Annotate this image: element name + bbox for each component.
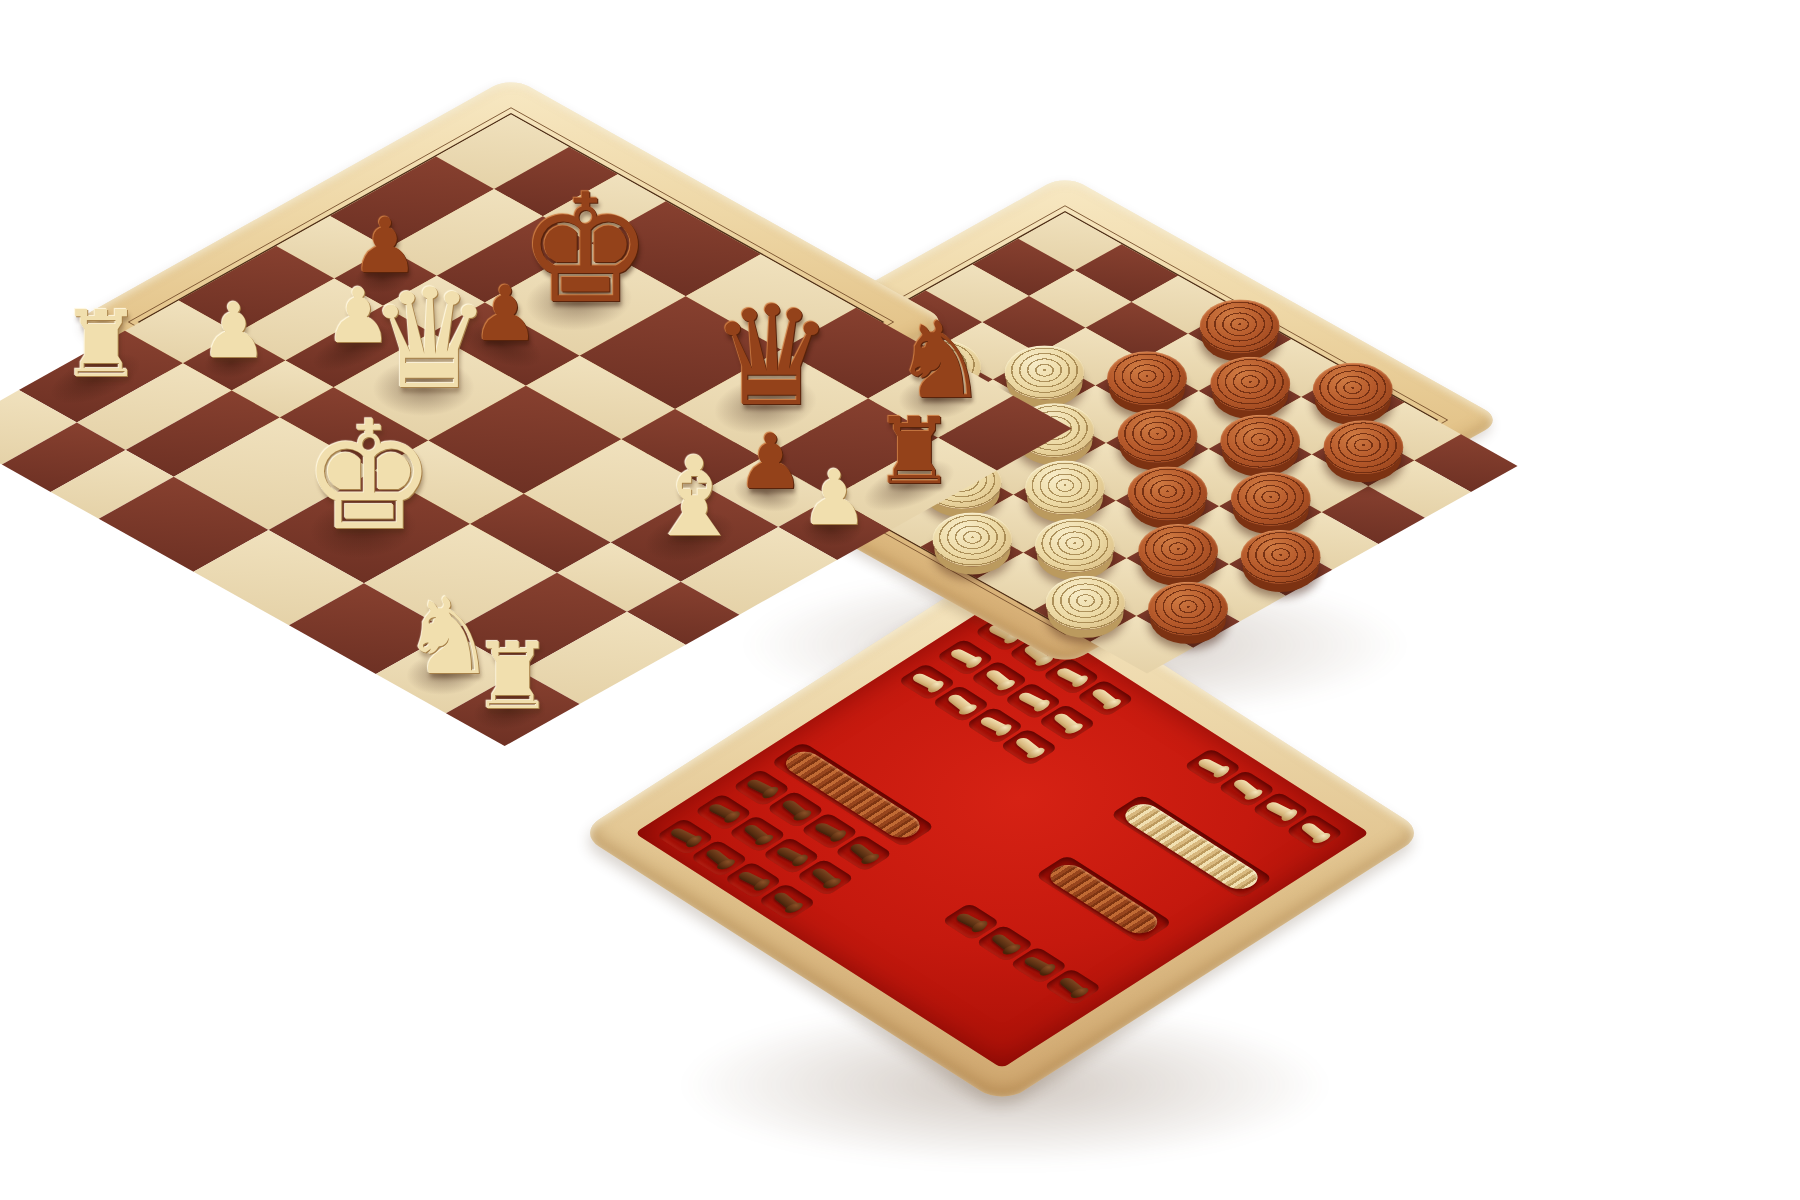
checker-red-piece	[1220, 415, 1300, 469]
checkers-roll-brown	[1035, 855, 1174, 944]
stored-dark-chess-piece	[810, 867, 841, 889]
stored-dark-chess-piece	[736, 870, 770, 890]
stored-light-chess-piece	[1090, 687, 1121, 709]
stored-light-chess-piece	[1196, 757, 1230, 777]
stacked-checkers-discs	[1043, 860, 1165, 938]
stored-dark-chess-piece	[742, 823, 773, 845]
stored-dark-chess-piece	[813, 821, 847, 841]
chess-board: ♞♚♛♜♟♟♟♟♟♛♝♟♜♚♞♜	[73, 76, 950, 567]
stored-light-chess-piece	[1299, 821, 1330, 843]
checker-cream-piece	[932, 513, 1012, 567]
chess-piece-white-bishop: ♝	[645, 443, 744, 553]
checker-red-piece	[1107, 351, 1187, 405]
stored-dark-chess-piece	[989, 933, 1020, 955]
stored-light-chess-piece	[1264, 800, 1298, 820]
stored-dark-chess-piece	[706, 802, 740, 822]
chess-piece-white-pawn: ♟	[800, 460, 868, 536]
checker-cream-piece	[1035, 518, 1115, 572]
stored-light-chess-piece	[1051, 712, 1082, 734]
stored-light-chess-piece	[910, 672, 944, 692]
checker-red-piece	[1117, 409, 1197, 463]
chess-piece-white-king: ♚	[302, 401, 436, 551]
stored-dark-chess-piece	[1057, 976, 1088, 998]
stored-light-chess-piece	[1054, 667, 1088, 687]
stored-light-chess-piece	[1231, 778, 1262, 800]
stored-dark-chess-piece	[1022, 955, 1056, 975]
checker-cream-piece	[1045, 576, 1125, 630]
chess-board-frame: ♞♚♛♜♟♟♟♟♟♛♝♟♜♚♞♜	[73, 76, 950, 567]
checkers-roll-cream	[1109, 794, 1273, 899]
chess-piece-dark-pawn: ♟	[736, 424, 804, 500]
chess-piece-white-rook: ♜	[471, 631, 553, 723]
stored-dark-chess-piece	[668, 827, 702, 847]
chess-piece-dark-rook: ♜	[873, 406, 955, 498]
stored-dark-chess-piece	[954, 912, 988, 932]
chess-piece-dark-queen: ♛	[710, 288, 834, 426]
stacked-checkers-discs	[1118, 800, 1265, 894]
checker-red-piece	[1231, 472, 1311, 526]
chess-piece-white-pawn: ♟	[200, 293, 268, 369]
checker-cream-piece	[1004, 345, 1084, 399]
stored-dark-chess-piece	[780, 799, 811, 821]
stored-dark-chess-piece	[771, 891, 802, 913]
stored-dark-chess-piece	[745, 778, 779, 798]
stored-light-chess-piece	[1016, 691, 1050, 711]
stored-light-chess-piece	[945, 693, 976, 715]
stored-light-chess-piece	[978, 715, 1012, 735]
stored-dark-chess-piece	[774, 846, 808, 866]
checker-red-piece	[1323, 420, 1403, 474]
checker-red-piece	[1241, 530, 1321, 584]
checker-red-piece	[1128, 466, 1208, 520]
checker-red-piece	[1138, 524, 1218, 578]
chess-piece-white-rook: ♜	[60, 299, 142, 391]
checker-red-piece	[1313, 363, 1393, 417]
checker-red-piece	[1148, 582, 1228, 636]
stored-dark-chess-piece	[848, 842, 879, 864]
stored-dark-chess-piece	[704, 848, 735, 870]
checker-cream-piece	[1025, 461, 1105, 515]
chess-play-area: ♞♚♛♜♟♟♟♟♟♛♝♟♜♚♞♜	[138, 113, 885, 531]
product-photo-stage: ♞♚♛♜♟♟♟♟♟♛♝♟♜♚♞♜	[0, 0, 1800, 1200]
checker-red-piece	[1200, 299, 1280, 353]
checker-red-piece	[1210, 357, 1290, 411]
stored-light-chess-piece	[1013, 736, 1044, 758]
stored-light-chess-piece	[984, 668, 1015, 690]
stored-light-chess-piece	[948, 648, 982, 668]
